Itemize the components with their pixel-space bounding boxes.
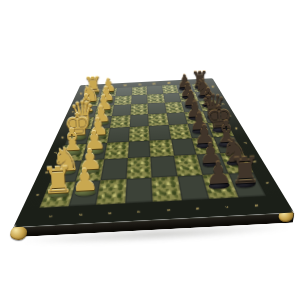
- board-square: [164, 102, 184, 113]
- coordinate-label: 5: [165, 208, 170, 211]
- board-square: [112, 104, 131, 115]
- coordinate-label: 7: [224, 205, 229, 208]
- board-square: [166, 112, 188, 125]
- board-square: [151, 176, 181, 202]
- board-square: [149, 125, 171, 140]
- coordinate-label: 6: [166, 82, 171, 85]
- board-square: [147, 86, 163, 95]
- coordinate-label: 2: [77, 213, 82, 216]
- board-square: [116, 87, 132, 96]
- coordinate-label: 5: [151, 82, 156, 85]
- board-square: [124, 177, 152, 203]
- coordinate-label: 8: [253, 204, 258, 207]
- board-square: [131, 94, 148, 104]
- board-square: [129, 114, 148, 127]
- coordinate-label: 4: [137, 83, 142, 86]
- coordinate-label: 4: [136, 210, 141, 213]
- coordinate-label: 1: [48, 215, 53, 218]
- chess-piece-wp: ♟: [70, 165, 99, 197]
- board-square: [126, 157, 151, 178]
- board-square: [127, 140, 150, 158]
- chess-piece-br: ♜: [228, 152, 262, 189]
- board-square: [104, 141, 128, 159]
- board-square: [147, 94, 164, 104]
- board-square: [149, 139, 173, 157]
- board-square: [101, 158, 128, 180]
- coordinate-label: h: [265, 181, 270, 184]
- board-square: [114, 95, 131, 105]
- coordinate-label: 3: [107, 211, 112, 214]
- board-square: [96, 178, 126, 204]
- board-square: [162, 85, 179, 94]
- board-square: [168, 124, 192, 139]
- board-square: [110, 115, 130, 128]
- coordinate-label: h: [34, 193, 39, 196]
- coordinate-label: 3: [122, 84, 127, 87]
- board-square: [107, 127, 129, 142]
- board-square: [131, 86, 147, 95]
- coordinate-label: 6: [195, 207, 200, 210]
- board-square: [148, 103, 167, 114]
- chess-set-product-photo: ♜♟♟♜♞♟♟♞♝♟♟♝♛♟♟♛♚♟♟♚♝♟♟♝♞♟♟♞♜♟♟♜11aa22bb…: [0, 0, 300, 300]
- board-square: [130, 103, 148, 114]
- board-square: [150, 156, 176, 177]
- board-square: [163, 93, 181, 103]
- chess-set: ♜♟♟♜♞♟♟♞♝♟♟♝♛♟♟♛♚♟♟♚♝♟♟♝♞♟♟♞♜♟♟♜11aa22bb…: [0, 0, 300, 300]
- board-square: [148, 113, 168, 126]
- board-square: [128, 126, 149, 141]
